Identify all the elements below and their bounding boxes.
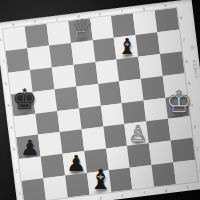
square-d2[interactable] (84, 149, 108, 173)
square-c1[interactable] (65, 173, 89, 197)
square-h2[interactable] (171, 138, 195, 162)
square-c6[interactable] (52, 65, 76, 89)
board-grid (3, 8, 198, 200)
square-d6[interactable] (73, 62, 97, 86)
table-background: ♕♝♚♔♟♙♟♝ abcdefgh abcdefgh 87654321 8765… (0, 0, 200, 200)
square-g2[interactable] (149, 141, 173, 165)
square-b5[interactable] (33, 89, 57, 113)
brand: ◎ CHESS (187, 45, 198, 58)
square-a2[interactable] (19, 157, 43, 181)
square-a6[interactable] (8, 70, 32, 94)
square-c7[interactable] (49, 43, 73, 67)
square-a1[interactable] (21, 179, 45, 200)
square-c3[interactable] (60, 130, 84, 154)
square-e1[interactable] (108, 168, 132, 192)
square-e7[interactable] (92, 37, 116, 61)
square-f5[interactable] (119, 78, 143, 102)
square-e5[interactable] (98, 81, 122, 105)
square-e3[interactable] (103, 124, 127, 148)
square-b7[interactable] (27, 45, 51, 69)
square-c5[interactable] (54, 86, 78, 110)
square-e4[interactable] (100, 103, 124, 127)
square-d7[interactable] (71, 40, 95, 64)
square-d3[interactable] (81, 127, 105, 151)
square-d4[interactable] (79, 105, 103, 129)
square-a5[interactable] (11, 92, 35, 116)
square-a7[interactable] (5, 48, 29, 72)
square-h5[interactable] (163, 73, 187, 97)
square-h1[interactable] (174, 160, 198, 184)
square-f8[interactable] (111, 13, 135, 37)
square-f4[interactable] (122, 100, 146, 124)
square-a3[interactable] (16, 135, 40, 159)
square-h4[interactable] (166, 95, 190, 119)
square-f7[interactable] (114, 35, 138, 59)
square-c8[interactable] (46, 21, 70, 45)
square-b6[interactable] (30, 67, 54, 91)
square-g8[interactable] (133, 10, 157, 34)
square-b2[interactable] (41, 154, 65, 178)
square-f1[interactable] (130, 165, 154, 189)
square-b8[interactable] (25, 24, 49, 48)
square-h8[interactable] (155, 8, 179, 32)
square-c4[interactable] (57, 108, 81, 132)
brand-logo-icon: ◎ (190, 45, 195, 50)
square-d8[interactable] (68, 18, 92, 42)
square-f3[interactable] (125, 122, 149, 146)
square-f2[interactable] (127, 143, 151, 167)
square-f6[interactable] (117, 57, 141, 81)
square-g6[interactable] (139, 54, 163, 78)
square-b3[interactable] (38, 132, 62, 156)
square-g7[interactable] (136, 32, 160, 56)
square-b1[interactable] (43, 176, 67, 200)
square-h6[interactable] (160, 51, 184, 75)
square-g1[interactable] (152, 163, 176, 187)
square-g5[interactable] (141, 76, 165, 100)
square-g3[interactable] (147, 119, 171, 143)
square-c2[interactable] (62, 151, 86, 175)
square-h3[interactable] (168, 116, 192, 140)
square-e8[interactable] (90, 16, 114, 40)
square-e6[interactable] (95, 59, 119, 83)
brand-text: CHESS (191, 59, 198, 78)
square-d5[interactable] (76, 84, 100, 108)
square-h7[interactable] (158, 29, 182, 53)
square-a4[interactable] (13, 113, 37, 137)
square-e2[interactable] (106, 146, 130, 170)
square-a8[interactable] (3, 26, 27, 50)
square-g4[interactable] (144, 97, 168, 121)
square-b4[interactable] (35, 111, 59, 135)
chess-board: ♕♝♚♔♟♙♟♝ abcdefgh abcdefgh 87654321 8765… (0, 0, 200, 200)
square-d1[interactable] (87, 171, 111, 195)
